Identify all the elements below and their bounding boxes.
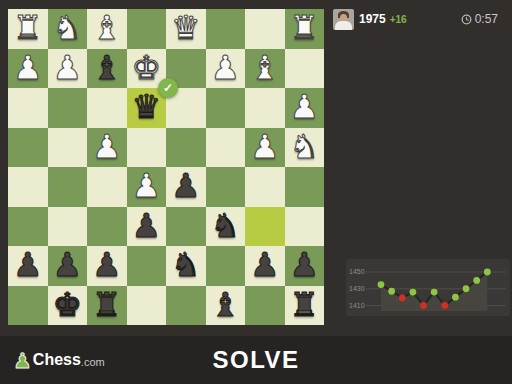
- square-g7[interactable]: ♟: [48, 246, 88, 286]
- chart-point-failed: [399, 295, 406, 302]
- square-h7[interactable]: ♟: [8, 246, 48, 286]
- square-c5[interactable]: [206, 167, 246, 207]
- piece-black-knight: ♞: [171, 245, 201, 284]
- bottom-bar: SOLVE ♟ Chess .com: [0, 336, 512, 384]
- square-c2[interactable]: ♟: [206, 49, 246, 89]
- clock-icon: [461, 14, 472, 25]
- piece-black-pawn: ♟: [131, 206, 161, 245]
- square-h1[interactable]: ♜: [8, 9, 48, 49]
- piece-white-queen: ♛: [171, 8, 201, 47]
- square-b3[interactable]: [245, 88, 285, 128]
- square-b7[interactable]: ♟: [245, 246, 285, 286]
- square-d8[interactable]: [166, 286, 206, 326]
- square-d1[interactable]: ♛: [166, 9, 206, 49]
- puzzle-timer: 0:57: [461, 8, 498, 30]
- chesscom-logo[interactable]: ♟ Chess .com: [13, 336, 105, 384]
- piece-white-pawn: ♟: [92, 127, 122, 166]
- piece-white-pawn: ♟: [289, 87, 319, 126]
- logo-suffix: .com: [81, 356, 105, 368]
- player-rating: 1975: [359, 12, 386, 26]
- square-d7[interactable]: ♞: [166, 246, 206, 286]
- square-c1[interactable]: [206, 9, 246, 49]
- square-e6[interactable]: ♟: [127, 207, 167, 247]
- piece-white-pawn: ♟: [250, 127, 280, 166]
- piece-white-pawn: ♟: [13, 48, 43, 87]
- square-a2[interactable]: [285, 49, 325, 89]
- piece-white-bishop: ♝: [92, 8, 122, 47]
- piece-white-pawn: ♟: [210, 48, 240, 87]
- square-c6[interactable]: ♞: [206, 207, 246, 247]
- square-f2[interactable]: ♝: [87, 49, 127, 89]
- square-b5[interactable]: [245, 167, 285, 207]
- square-a4[interactable]: ♞: [285, 128, 325, 168]
- piece-black-pawn: ♟: [289, 245, 319, 284]
- square-h6[interactable]: [8, 207, 48, 247]
- piece-black-rook: ♜: [92, 285, 122, 324]
- piece-black-rook: ♜: [289, 285, 319, 324]
- square-f3[interactable]: [87, 88, 127, 128]
- square-f7[interactable]: ♟: [87, 246, 127, 286]
- square-a8[interactable]: ♜: [285, 286, 325, 326]
- avatar-shirt: [335, 21, 352, 30]
- square-f1[interactable]: ♝: [87, 9, 127, 49]
- square-h4[interactable]: [8, 128, 48, 168]
- rating-sparkline: [346, 259, 510, 316]
- piece-white-bishop: ♝: [250, 48, 280, 87]
- square-g4[interactable]: [48, 128, 88, 168]
- square-b6[interactable]: [245, 207, 285, 247]
- square-g3[interactable]: [48, 88, 88, 128]
- chart-point-solved: [431, 289, 438, 296]
- player-info: 1975 +16: [333, 8, 407, 30]
- square-c4[interactable]: [206, 128, 246, 168]
- square-e1[interactable]: [127, 9, 167, 49]
- piece-black-pawn: ♟: [13, 245, 43, 284]
- square-g8[interactable]: ♚: [48, 286, 88, 326]
- square-c7[interactable]: [206, 246, 246, 286]
- correct-move-badge: ✓: [158, 78, 178, 98]
- square-b4[interactable]: ♟: [245, 128, 285, 168]
- chart-point-solved: [409, 289, 416, 296]
- piece-white-knight: ♞: [289, 127, 319, 166]
- square-b1[interactable]: [245, 9, 285, 49]
- square-a7[interactable]: ♟: [285, 246, 325, 286]
- square-h2[interactable]: ♟: [8, 49, 48, 89]
- square-h3[interactable]: [8, 88, 48, 128]
- timer-value: 0:57: [475, 12, 498, 26]
- square-a3[interactable]: ♟: [285, 88, 325, 128]
- chart-point-failed: [420, 302, 427, 309]
- piece-black-queen: ♛: [131, 87, 161, 126]
- chess-board: ♜♞♝♛♜♟♟♝♚♟♝♛♟♟♟♞♟♟♟♞♟♟♟♞♟♟♚♜♝♜✓: [8, 9, 324, 325]
- chart-point-solved: [378, 281, 385, 288]
- piece-black-bishop: ♝: [92, 48, 122, 87]
- square-e7[interactable]: [127, 246, 167, 286]
- piece-black-pawn: ♟: [250, 245, 280, 284]
- chart-point-solved: [388, 288, 395, 295]
- piece-white-king: ♚: [131, 48, 161, 87]
- square-c3[interactable]: [206, 88, 246, 128]
- square-b8[interactable]: [245, 286, 285, 326]
- square-f8[interactable]: ♜: [87, 286, 127, 326]
- piece-white-rook: ♜: [13, 8, 43, 47]
- square-e8[interactable]: [127, 286, 167, 326]
- square-e4[interactable]: [127, 128, 167, 168]
- square-d4[interactable]: [166, 128, 206, 168]
- avatar-face: [340, 14, 347, 21]
- square-h8[interactable]: [8, 286, 48, 326]
- chart-point-solved: [484, 269, 491, 276]
- square-c8[interactable]: ♝: [206, 286, 246, 326]
- rating-chart: 145014301410: [346, 259, 510, 316]
- square-g1[interactable]: ♞: [48, 9, 88, 49]
- logo-text: Chess: [33, 351, 81, 369]
- chart-point-solved: [463, 285, 470, 292]
- chart-point-solved: [452, 294, 459, 301]
- rating-delta: +16: [390, 14, 407, 25]
- piece-white-pawn: ♟: [131, 166, 161, 205]
- square-f4[interactable]: ♟: [87, 128, 127, 168]
- chart-point-solved: [473, 277, 480, 284]
- square-a1[interactable]: ♜: [285, 9, 325, 49]
- chart-point-failed: [441, 302, 448, 309]
- piece-black-pawn: ♟: [92, 245, 122, 284]
- piece-black-pawn: ♟: [52, 245, 82, 284]
- square-g2[interactable]: ♟: [48, 49, 88, 89]
- piece-white-rook: ♜: [289, 8, 319, 47]
- square-g5[interactable]: [48, 167, 88, 207]
- piece-black-king: ♚: [52, 285, 82, 324]
- piece-white-pawn: ♟: [52, 48, 82, 87]
- square-d5[interactable]: ♟: [166, 167, 206, 207]
- square-a6[interactable]: [285, 207, 325, 247]
- square-a5[interactable]: [285, 167, 325, 207]
- logo-pawn-icon: ♟: [13, 349, 32, 373]
- piece-black-knight: ♞: [210, 206, 240, 245]
- piece-black-bishop: ♝: [210, 285, 240, 324]
- square-e5[interactable]: ♟: [127, 167, 167, 207]
- square-h5[interactable]: [8, 167, 48, 207]
- piece-black-pawn: ♟: [171, 166, 201, 205]
- square-f5[interactable]: [87, 167, 127, 207]
- square-g6[interactable]: [48, 207, 88, 247]
- square-b2[interactable]: ♝: [245, 49, 285, 89]
- piece-white-knight: ♞: [52, 8, 82, 47]
- square-f6[interactable]: [87, 207, 127, 247]
- square-d6[interactable]: [166, 207, 206, 247]
- avatar[interactable]: [333, 9, 354, 30]
